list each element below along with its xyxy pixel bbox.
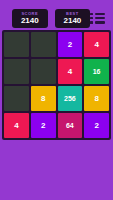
tile-4-r3c0: 4 (4, 113, 29, 138)
tile-8-r2c3: 8 (84, 86, 109, 111)
menu-line (90, 21, 105, 24)
best-label: BEST (66, 12, 79, 16)
tile-2-r3c3: 2 (84, 113, 109, 138)
best-score-box: BEST 2140 (55, 9, 91, 28)
tile-2-r0c2: 2 (58, 32, 83, 57)
tile-64-r3c2: 64 (58, 113, 83, 138)
tile-8-r2c1: 8 (31, 86, 56, 111)
tile-4-r0c3: 4 (84, 32, 109, 57)
tile-2-r3c1: 2 (31, 113, 56, 138)
best-value: 2140 (63, 17, 81, 25)
empty-cell-r1c0 (4, 59, 29, 84)
empty-cell-r0c0 (4, 32, 29, 57)
tile-4-r1c2: 4 (58, 59, 83, 84)
score-value: 2140 (21, 17, 39, 25)
top-bar: SCORE 2140 BEST 2140 (0, 0, 113, 29)
empty-cell-r2c0 (4, 86, 29, 111)
game-board[interactable]: 244168256842642 (2, 30, 111, 140)
tile-256-r2c2: 256 (58, 86, 83, 111)
tile-16-r1c3: 16 (84, 59, 109, 84)
score-box: SCORE 2140 (12, 9, 48, 28)
empty-cell-r0c1 (31, 32, 56, 57)
list-menu-icon[interactable] (90, 13, 105, 24)
menu-line (90, 17, 105, 20)
menu-line (90, 13, 105, 16)
score-label: SCORE (21, 12, 38, 16)
empty-cell-r1c1 (31, 59, 56, 84)
game-screen: { "game": "2048", "position": "0,0,2,4 /… (0, 0, 113, 200)
